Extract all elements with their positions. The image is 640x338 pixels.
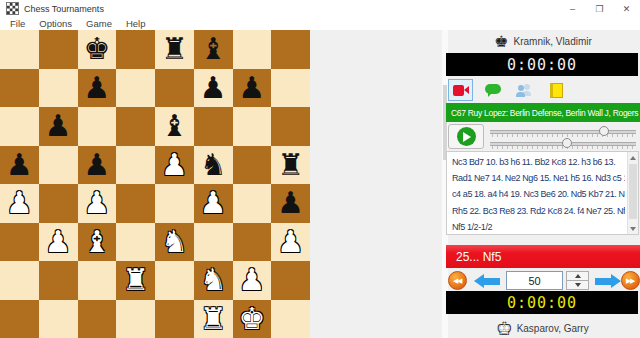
top-clock-bar: 0:00:00: [446, 53, 638, 76]
black-bishop[interactable]: ♝: [200, 34, 227, 64]
square-c2[interactable]: [78, 261, 117, 300]
people-button[interactable]: [512, 79, 537, 101]
camcorder-icon: [453, 85, 469, 96]
square-f6[interactable]: [194, 107, 233, 146]
square-b1[interactable]: [39, 300, 78, 338]
white-bishop[interactable]: ♝: [83, 227, 110, 257]
square-d1[interactable]: [116, 300, 155, 338]
window-controls: – ❐ ✕: [559, 0, 640, 17]
menu-bar: File Options Game Help: [0, 17, 640, 30]
square-e3[interactable]: ♞: [155, 223, 194, 262]
square-b5[interactable]: [39, 146, 78, 185]
chat-button[interactable]: [480, 79, 505, 101]
app-checkerboard-icon: [6, 2, 19, 15]
square-g6[interactable]: [233, 107, 272, 146]
current-move-bar: 25... Nf5: [446, 245, 640, 268]
square-d3[interactable]: [116, 223, 155, 262]
square-h6[interactable]: [271, 107, 310, 146]
fast-forward-icon: ▶▶: [627, 277, 634, 285]
square-a3[interactable]: [0, 223, 39, 262]
chat-icon: [485, 84, 501, 96]
rewind-icon: ◀◀: [454, 277, 461, 285]
playback-slider-top[interactable]: [490, 126, 636, 136]
slider-thumb[interactable]: [599, 126, 609, 136]
black-pawn[interactable]: ♟: [83, 73, 110, 103]
square-g7[interactable]: ♟: [233, 69, 272, 108]
square-d6[interactable]: [116, 107, 155, 146]
move-list-box[interactable]: Nc3 Bd7 10. b3 h6 11. Bb2 Kc8 12. h3 b6 …: [446, 151, 639, 235]
white-rook[interactable]: ♜: [122, 265, 149, 295]
notebook-icon: [550, 83, 563, 98]
square-h3[interactable]: ♟: [271, 223, 310, 262]
square-e6[interactable]: ♝: [155, 107, 194, 146]
square-g5[interactable]: [233, 146, 272, 185]
square-h8[interactable]: [271, 30, 310, 69]
up-arrow-icon: [575, 274, 581, 278]
white-pawn[interactable]: ♟: [238, 265, 265, 295]
square-b8[interactable]: [39, 30, 78, 69]
square-c6[interactable]: [78, 107, 117, 146]
black-rook[interactable]: ♜: [277, 150, 304, 180]
opening-name: C67 Ruy Lopez: Berlin Defense, Berlin Wa…: [446, 108, 638, 118]
square-b2[interactable]: [39, 261, 78, 300]
move-list-text: Nc3 Bd7 10. b3 h6 11. Bb2 Kc8 12. h3 b6 …: [452, 154, 625, 232]
square-d4[interactable]: [116, 184, 155, 223]
square-b3[interactable]: ♟: [39, 223, 78, 262]
black-pawn[interactable]: ♟: [200, 73, 227, 103]
top-clock-time: 0:00:00: [507, 56, 577, 74]
menu-game[interactable]: Game: [86, 18, 112, 29]
square-c3[interactable]: ♝: [78, 223, 117, 262]
next-move-button[interactable]: [594, 274, 621, 288]
square-e5[interactable]: ♟: [155, 146, 194, 185]
previous-move-button[interactable]: [474, 274, 501, 288]
maximize-button[interactable]: ❐: [586, 0, 613, 17]
square-d8[interactable]: [116, 30, 155, 69]
title-bar: Chess Tournaments – ❐ ✕: [0, 0, 640, 17]
square-g8[interactable]: [233, 30, 272, 69]
black-pawn[interactable]: ♟: [277, 188, 304, 218]
square-e1[interactable]: [155, 300, 194, 338]
square-a8[interactable]: [0, 30, 39, 69]
square-d2[interactable]: ♜: [116, 261, 155, 300]
move-list-scrollbar[interactable]: [627, 152, 638, 234]
black-pawn[interactable]: ♟: [238, 73, 265, 103]
square-f8[interactable]: ♝: [194, 30, 233, 69]
white-pawn[interactable]: ♟: [161, 150, 188, 180]
move-number-stepper: [566, 271, 589, 290]
square-f1[interactable]: ♜: [194, 300, 233, 338]
square-b6[interactable]: ♟: [39, 107, 78, 146]
top-player-name: Kramnik, Vladimir: [513, 36, 591, 47]
square-f4[interactable]: ♟: [194, 184, 233, 223]
square-d5[interactable]: [116, 146, 155, 185]
panel-toolbar: [448, 79, 638, 101]
bottom-player-name: Kasparov, Garry: [517, 323, 589, 334]
square-a4[interactable]: ♟: [0, 184, 39, 223]
square-c8[interactable]: ♚: [78, 30, 117, 69]
square-g3[interactable]: [233, 223, 272, 262]
square-c4[interactable]: ♟: [78, 184, 117, 223]
play-icon: [457, 127, 476, 146]
bottom-player-row: ♚ Kasparov, Garry: [448, 318, 638, 338]
move-list-scrollbar-thumb[interactable]: [629, 164, 637, 219]
camcorder-button[interactable]: [448, 79, 473, 101]
black-bishop[interactable]: ♝: [161, 111, 188, 141]
square-f5[interactable]: ♞: [194, 146, 233, 185]
black-king[interactable]: ♚: [83, 34, 110, 64]
scroll-up-icon[interactable]: [628, 152, 638, 163]
rewind-to-start-button[interactable]: ◀◀: [448, 271, 467, 290]
stepper-up-button[interactable]: [566, 271, 589, 281]
square-a6[interactable]: [0, 107, 39, 146]
black-pawn[interactable]: ♟: [83, 150, 110, 180]
white-pawn[interactable]: ♟: [83, 188, 110, 218]
white-pawn[interactable]: ♟: [277, 227, 304, 257]
notebook-button[interactable]: [544, 79, 569, 101]
square-a5[interactable]: ♟: [0, 146, 39, 185]
square-c5[interactable]: ♟: [78, 146, 117, 185]
bottom-clock-time: 0:00:00: [507, 294, 577, 312]
menu-help[interactable]: Help: [126, 18, 146, 29]
white-knight[interactable]: ♞: [161, 227, 188, 257]
black-king-icon: ♚: [494, 34, 508, 50]
white-pawn[interactable]: ♟: [6, 188, 33, 218]
black-pawn[interactable]: ♟: [6, 150, 33, 180]
white-knight[interactable]: ♞: [200, 265, 227, 295]
square-h2[interactable]: [271, 261, 310, 300]
square-a1[interactable]: [0, 300, 39, 338]
square-c1[interactable]: [78, 300, 117, 338]
bottom-clock-bar: 0:00:00: [446, 291, 638, 314]
square-g2[interactable]: ♟: [233, 261, 272, 300]
square-f2[interactable]: ♞: [194, 261, 233, 300]
opening-bar: C67 Ruy Lopez: Berlin Defense, Berlin Wa…: [446, 103, 640, 122]
stepper-down-button[interactable]: [566, 281, 589, 290]
square-h7[interactable]: [271, 69, 310, 108]
square-b4[interactable]: [39, 184, 78, 223]
white-pawn[interactable]: ♟: [200, 188, 227, 218]
white-pawn[interactable]: ♟: [45, 227, 72, 257]
square-e7[interactable]: [155, 69, 194, 108]
black-knight[interactable]: ♞: [200, 150, 227, 180]
menu-options[interactable]: Options: [39, 18, 72, 29]
white-rook[interactable]: ♜: [200, 304, 227, 334]
window-title: Chess Tournaments: [24, 4, 104, 14]
square-f7[interactable]: ♟: [194, 69, 233, 108]
close-button[interactable]: ✕: [613, 0, 640, 17]
square-f3[interactable]: [194, 223, 233, 262]
square-h1[interactable]: [271, 300, 310, 338]
square-e4[interactable]: [155, 184, 194, 223]
top-player-row: ♚ Kramnik, Vladimir: [448, 31, 638, 52]
down-arrow-icon: [575, 283, 581, 287]
chess-board: ♚♜♝♟♟♟♟♝♟♟♟♞♜♟♟♟♟♟♝♞♟♜♞♟♜♚: [0, 30, 310, 338]
square-h5[interactable]: ♜: [271, 146, 310, 185]
white-king[interactable]: ♚: [238, 304, 265, 334]
square-g1[interactable]: ♚: [233, 300, 272, 338]
white-king-icon: ♚: [497, 321, 511, 337]
square-e2[interactable]: [155, 261, 194, 300]
playback-slider-bottom[interactable]: [490, 138, 636, 148]
left-arrow-icon: [474, 274, 484, 288]
black-rook[interactable]: ♜: [161, 34, 188, 64]
square-a2[interactable]: [0, 261, 39, 300]
square-c7[interactable]: ♟: [78, 69, 117, 108]
square-a7[interactable]: [0, 69, 39, 108]
move-number-input[interactable]: 50: [506, 271, 563, 290]
right-arrow-icon: [611, 274, 621, 288]
black-pawn[interactable]: ♟: [45, 111, 72, 141]
square-e8[interactable]: ♜: [155, 30, 194, 69]
scroll-down-icon[interactable]: [628, 223, 638, 234]
square-b7[interactable]: [39, 69, 78, 108]
current-move-text: 25... Nf5: [446, 250, 501, 264]
chess-tournaments-window: Chess Tournaments – ❐ ✕ File Options Gam…: [0, 0, 640, 338]
minimize-button[interactable]: –: [559, 0, 586, 17]
square-g4[interactable]: [233, 184, 272, 223]
play-button[interactable]: [448, 124, 484, 149]
square-h4[interactable]: ♟: [271, 184, 310, 223]
people-icon: [516, 84, 534, 97]
square-d7[interactable]: [116, 69, 155, 108]
forward-to-end-button[interactable]: ▶▶: [621, 271, 640, 290]
menu-file[interactable]: File: [10, 18, 25, 29]
panel-scrollbar-thumb[interactable]: [443, 85, 447, 160]
